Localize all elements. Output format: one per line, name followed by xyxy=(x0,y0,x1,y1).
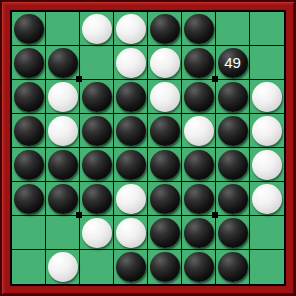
cell-a2[interactable] xyxy=(12,46,46,80)
cell-g6[interactable] xyxy=(216,182,250,216)
black-stone xyxy=(116,150,146,180)
black-stone xyxy=(184,184,214,214)
cell-e7[interactable] xyxy=(148,216,182,250)
black-stone xyxy=(218,82,248,112)
cell-a1[interactable] xyxy=(12,12,46,46)
black-stone xyxy=(116,252,146,282)
white-stone xyxy=(252,150,282,180)
cell-a8[interactable] xyxy=(12,250,46,284)
cell-g3[interactable] xyxy=(216,80,250,114)
black-stone xyxy=(218,252,248,282)
black-stone xyxy=(184,252,214,282)
move-number-label: 49 xyxy=(224,55,241,70)
star-point-icon xyxy=(212,212,218,218)
cell-g2[interactable]: 49 xyxy=(216,46,250,80)
cell-b3[interactable] xyxy=(46,80,80,114)
cell-d3[interactable] xyxy=(114,80,148,114)
cell-d4[interactable] xyxy=(114,114,148,148)
cell-c3[interactable] xyxy=(80,80,114,114)
cell-f2[interactable] xyxy=(182,46,216,80)
black-stone xyxy=(150,116,180,146)
white-stone xyxy=(82,14,112,44)
cell-a3[interactable] xyxy=(12,80,46,114)
black-stone xyxy=(14,184,44,214)
white-stone xyxy=(116,184,146,214)
cell-b6[interactable] xyxy=(46,182,80,216)
black-stone xyxy=(14,82,44,112)
cell-e3[interactable] xyxy=(148,80,182,114)
white-stone xyxy=(150,82,180,112)
cell-f1[interactable] xyxy=(182,12,216,46)
cell-g8[interactable] xyxy=(216,250,250,284)
cell-h1[interactable] xyxy=(250,12,284,46)
black-stone xyxy=(82,150,112,180)
white-stone xyxy=(48,82,78,112)
cell-h8[interactable] xyxy=(250,250,284,284)
white-stone xyxy=(150,48,180,78)
white-stone xyxy=(116,218,146,248)
cell-c7[interactable] xyxy=(80,216,114,250)
black-stone: 49 xyxy=(218,48,248,78)
black-stone xyxy=(116,82,146,112)
cell-a5[interactable] xyxy=(12,148,46,182)
black-stone xyxy=(150,150,180,180)
cell-a6[interactable] xyxy=(12,182,46,216)
black-stone xyxy=(218,116,248,146)
cell-a4[interactable] xyxy=(12,114,46,148)
cell-a7[interactable] xyxy=(12,216,46,250)
cell-b4[interactable] xyxy=(46,114,80,148)
black-stone xyxy=(184,48,214,78)
white-stone xyxy=(252,184,282,214)
black-stone xyxy=(48,150,78,180)
black-stone xyxy=(48,184,78,214)
cell-g7[interactable] xyxy=(216,216,250,250)
black-stone xyxy=(184,150,214,180)
board-frame: 49 xyxy=(0,0,296,296)
white-stone xyxy=(82,218,112,248)
white-stone xyxy=(252,82,282,112)
cell-b5[interactable] xyxy=(46,148,80,182)
white-stone xyxy=(116,14,146,44)
cell-h2[interactable] xyxy=(250,46,284,80)
cell-f8[interactable] xyxy=(182,250,216,284)
cell-e6[interactable] xyxy=(148,182,182,216)
cell-h6[interactable] xyxy=(250,182,284,216)
black-stone xyxy=(14,14,44,44)
cell-d6[interactable] xyxy=(114,182,148,216)
black-stone xyxy=(150,14,180,44)
black-stone xyxy=(150,252,180,282)
cell-h7[interactable] xyxy=(250,216,284,250)
cell-e5[interactable] xyxy=(148,148,182,182)
white-stone xyxy=(48,116,78,146)
cell-g4[interactable] xyxy=(216,114,250,148)
cell-h5[interactable] xyxy=(250,148,284,182)
cell-d2[interactable] xyxy=(114,46,148,80)
cell-e8[interactable] xyxy=(148,250,182,284)
cell-d1[interactable] xyxy=(114,12,148,46)
board-border: 49 xyxy=(10,10,286,286)
black-stone xyxy=(150,218,180,248)
black-stone xyxy=(184,218,214,248)
white-stone xyxy=(48,252,78,282)
black-stone xyxy=(82,184,112,214)
cell-c5[interactable] xyxy=(80,148,114,182)
cell-c6[interactable] xyxy=(80,182,114,216)
cell-b1[interactable] xyxy=(46,12,80,46)
cell-f4[interactable] xyxy=(182,114,216,148)
black-stone xyxy=(150,184,180,214)
black-stone xyxy=(218,218,248,248)
cell-b2[interactable] xyxy=(46,46,80,80)
black-stone xyxy=(82,116,112,146)
cell-e2[interactable] xyxy=(148,46,182,80)
black-stone xyxy=(14,150,44,180)
white-stone xyxy=(184,116,214,146)
cell-h3[interactable] xyxy=(250,80,284,114)
black-stone xyxy=(14,116,44,146)
star-point-icon xyxy=(76,76,82,82)
cell-d5[interactable] xyxy=(114,148,148,182)
black-stone xyxy=(116,116,146,146)
black-stone xyxy=(218,184,248,214)
cell-c4[interactable] xyxy=(80,114,114,148)
cell-c8[interactable] xyxy=(80,250,114,284)
cell-b8[interactable] xyxy=(46,250,80,284)
cell-f3[interactable] xyxy=(182,80,216,114)
white-stone xyxy=(252,116,282,146)
cell-c2[interactable] xyxy=(80,46,114,80)
othello-board: 49 xyxy=(12,12,284,284)
cell-f5[interactable] xyxy=(182,148,216,182)
black-stone xyxy=(14,48,44,78)
black-stone xyxy=(82,82,112,112)
black-stone xyxy=(184,14,214,44)
cell-g1[interactable] xyxy=(216,12,250,46)
cell-e1[interactable] xyxy=(148,12,182,46)
cell-h4[interactable] xyxy=(250,114,284,148)
cell-c1[interactable] xyxy=(80,12,114,46)
white-stone xyxy=(116,48,146,78)
cell-f7[interactable] xyxy=(182,216,216,250)
black-stone xyxy=(184,82,214,112)
cell-d8[interactable] xyxy=(114,250,148,284)
cell-g5[interactable] xyxy=(216,148,250,182)
black-stone xyxy=(218,150,248,180)
star-point-icon xyxy=(76,212,82,218)
cell-d7[interactable] xyxy=(114,216,148,250)
cell-b7[interactable] xyxy=(46,216,80,250)
black-stone xyxy=(48,48,78,78)
cell-e4[interactable] xyxy=(148,114,182,148)
star-point-icon xyxy=(212,76,218,82)
cell-f6[interactable] xyxy=(182,182,216,216)
